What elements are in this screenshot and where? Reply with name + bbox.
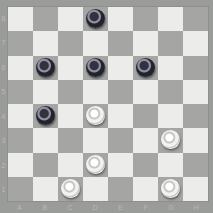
square-f1[interactable]	[133, 177, 158, 201]
square-b8[interactable]	[33, 7, 58, 31]
square-d8[interactable]	[83, 7, 108, 31]
file-labels: ABCDEFGH	[7, 201, 209, 213]
square-h4[interactable]	[183, 104, 208, 128]
square-f5[interactable]	[133, 80, 158, 104]
checkers-app: 87654321 ABCDEFGH	[0, 0, 213, 213]
square-e6[interactable]	[108, 56, 133, 80]
square-c5[interactable]	[58, 80, 83, 104]
square-a5[interactable]	[8, 80, 33, 104]
square-g2[interactable]	[158, 153, 183, 177]
square-a7[interactable]	[8, 31, 33, 55]
file-label-b: B	[32, 201, 57, 213]
white-man[interactable]	[86, 155, 105, 174]
square-a2[interactable]	[8, 153, 33, 177]
square-g8[interactable]	[158, 7, 183, 31]
square-a3[interactable]	[8, 128, 33, 152]
square-b5[interactable]	[33, 80, 58, 104]
rank-label-2: 2	[0, 153, 7, 178]
square-f2[interactable]	[133, 153, 158, 177]
rank-label-7: 7	[0, 31, 7, 56]
rank-label-6: 6	[0, 55, 7, 80]
square-h6[interactable]	[183, 56, 208, 80]
file-label-f: F	[133, 201, 158, 213]
file-label-c: C	[58, 201, 83, 213]
square-e1[interactable]	[108, 177, 133, 201]
black-man[interactable]	[36, 106, 55, 125]
file-label-g: G	[159, 201, 184, 213]
square-c1[interactable]	[58, 177, 83, 201]
square-c7[interactable]	[58, 31, 83, 55]
square-h2[interactable]	[183, 153, 208, 177]
square-h1[interactable]	[183, 177, 208, 201]
rank-label-1: 1	[0, 178, 7, 203]
file-label-d: D	[83, 201, 108, 213]
black-man[interactable]	[86, 9, 105, 28]
square-d7[interactable]	[83, 31, 108, 55]
square-c6[interactable]	[58, 56, 83, 80]
square-g4[interactable]	[158, 104, 183, 128]
square-b7[interactable]	[33, 31, 58, 55]
square-c4[interactable]	[58, 104, 83, 128]
square-c3[interactable]	[58, 128, 83, 152]
square-e7[interactable]	[108, 31, 133, 55]
black-man[interactable]	[86, 58, 105, 77]
rank-label-5: 5	[0, 80, 7, 105]
rank-label-8: 8	[0, 6, 7, 31]
square-h5[interactable]	[183, 80, 208, 104]
square-e4[interactable]	[108, 104, 133, 128]
square-h3[interactable]	[183, 128, 208, 152]
board	[7, 6, 209, 202]
square-g1[interactable]	[158, 177, 183, 201]
white-man[interactable]	[86, 106, 105, 125]
square-a8[interactable]	[8, 7, 33, 31]
rank-labels: 87654321	[0, 6, 7, 202]
square-e3[interactable]	[108, 128, 133, 152]
square-d3[interactable]	[83, 128, 108, 152]
square-a1[interactable]	[8, 177, 33, 201]
square-g3[interactable]	[158, 128, 183, 152]
square-b3[interactable]	[33, 128, 58, 152]
square-d6[interactable]	[83, 56, 108, 80]
square-b4[interactable]	[33, 104, 58, 128]
square-d2[interactable]	[83, 153, 108, 177]
square-h8[interactable]	[183, 7, 208, 31]
file-label-a: A	[7, 201, 32, 213]
square-g6[interactable]	[158, 56, 183, 80]
square-g5[interactable]	[158, 80, 183, 104]
black-man[interactable]	[136, 58, 155, 77]
square-b6[interactable]	[33, 56, 58, 80]
square-f3[interactable]	[133, 128, 158, 152]
white-man[interactable]	[61, 179, 80, 198]
square-f7[interactable]	[133, 31, 158, 55]
square-e8[interactable]	[108, 7, 133, 31]
square-c2[interactable]	[58, 153, 83, 177]
square-a4[interactable]	[8, 104, 33, 128]
square-a6[interactable]	[8, 56, 33, 80]
square-c8[interactable]	[58, 7, 83, 31]
square-d1[interactable]	[83, 177, 108, 201]
square-f4[interactable]	[133, 104, 158, 128]
square-f8[interactable]	[133, 7, 158, 31]
square-g7[interactable]	[158, 31, 183, 55]
white-man[interactable]	[161, 179, 180, 198]
rank-label-4: 4	[0, 104, 7, 129]
file-label-e: E	[108, 201, 133, 213]
white-man[interactable]	[161, 130, 180, 149]
square-d5[interactable]	[83, 80, 108, 104]
square-d4[interactable]	[83, 104, 108, 128]
file-label-h: H	[184, 201, 209, 213]
square-f6[interactable]	[133, 56, 158, 80]
square-e2[interactable]	[108, 153, 133, 177]
square-b1[interactable]	[33, 177, 58, 201]
square-h7[interactable]	[183, 31, 208, 55]
square-e5[interactable]	[108, 80, 133, 104]
black-man[interactable]	[36, 58, 55, 77]
rank-label-3: 3	[0, 129, 7, 154]
square-b2[interactable]	[33, 153, 58, 177]
